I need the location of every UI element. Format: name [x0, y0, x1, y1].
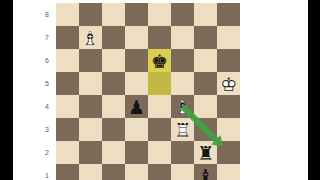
white-bishop-b7[interactable]: ♝♗ — [79, 26, 102, 49]
square-c6[interactable] — [102, 49, 125, 72]
page: 87654321 ♝♗♚♚♔♟♝♗♜♖♜♝ — [0, 0, 320, 180]
rank-label-4: 4 — [36, 95, 52, 118]
square-c8[interactable] — [102, 3, 125, 26]
square-c7[interactable] — [102, 26, 125, 49]
square-h6[interactable] — [217, 49, 240, 72]
square-g1[interactable]: ♝ — [194, 164, 217, 180]
square-b3[interactable] — [79, 118, 102, 141]
square-a3[interactable] — [56, 118, 79, 141]
square-b8[interactable] — [79, 3, 102, 26]
square-c3[interactable] — [102, 118, 125, 141]
square-f2[interactable] — [171, 141, 194, 164]
piece-outline: ♔ — [217, 72, 240, 95]
square-f7[interactable] — [171, 26, 194, 49]
square-g5[interactable] — [194, 72, 217, 95]
square-d4[interactable]: ♟ — [125, 95, 148, 118]
square-e4[interactable] — [148, 95, 171, 118]
square-e1[interactable] — [148, 164, 171, 180]
square-c4[interactable] — [102, 95, 125, 118]
square-e5[interactable] — [148, 72, 171, 95]
square-b5[interactable] — [79, 72, 102, 95]
square-a1[interactable] — [56, 164, 79, 180]
square-h8[interactable] — [217, 3, 240, 26]
chess-board[interactable]: ♝♗♚♚♔♟♝♗♜♖♜♝ — [56, 3, 241, 180]
square-h2[interactable] — [217, 141, 240, 164]
square-c5[interactable] — [102, 72, 125, 95]
square-f1[interactable] — [171, 164, 194, 180]
square-b6[interactable] — [79, 49, 102, 72]
square-c1[interactable] — [102, 164, 125, 180]
square-h4[interactable] — [217, 95, 240, 118]
square-d6[interactable] — [125, 49, 148, 72]
rank-label-5: 5 — [36, 72, 52, 95]
square-g8[interactable] — [194, 3, 217, 26]
square-d7[interactable] — [125, 26, 148, 49]
square-g6[interactable] — [194, 49, 217, 72]
square-c2[interactable] — [102, 141, 125, 164]
piece-outline: ♗ — [171, 95, 194, 118]
rank-label-2: 2 — [36, 141, 52, 164]
square-g4[interactable] — [194, 95, 217, 118]
square-a7[interactable] — [56, 26, 79, 49]
square-f4[interactable]: ♝♗ — [171, 95, 194, 118]
square-d2[interactable] — [125, 141, 148, 164]
square-b7[interactable]: ♝♗ — [79, 26, 102, 49]
letterbox-left-bar — [0, 0, 13, 180]
rank-label-8: 8 — [36, 3, 52, 26]
square-d3[interactable] — [125, 118, 148, 141]
square-f5[interactable] — [171, 72, 194, 95]
square-e8[interactable] — [148, 3, 171, 26]
rank-label-1: 1 — [36, 164, 52, 180]
black-bishop-g1[interactable]: ♝ — [194, 164, 217, 180]
square-a2[interactable] — [56, 141, 79, 164]
rank-label-6: 6 — [36, 49, 52, 72]
piece-glyph: ♝ — [194, 164, 217, 180]
black-rook-g2[interactable]: ♜ — [194, 141, 217, 164]
piece-outline: ♗ — [79, 26, 102, 49]
square-b4[interactable] — [79, 95, 102, 118]
square-g7[interactable] — [194, 26, 217, 49]
square-g2[interactable]: ♜ — [194, 141, 217, 164]
square-d8[interactable] — [125, 3, 148, 26]
square-a8[interactable] — [56, 3, 79, 26]
white-bishop-f4[interactable]: ♝♗ — [171, 95, 194, 118]
square-g3[interactable] — [194, 118, 217, 141]
square-d5[interactable] — [125, 72, 148, 95]
rank-label-3: 3 — [36, 118, 52, 141]
letterbox-right-bar — [308, 0, 320, 180]
black-pawn-d4[interactable]: ♟ — [125, 95, 148, 118]
rank-label-7: 7 — [36, 26, 52, 49]
square-e2[interactable] — [148, 141, 171, 164]
square-e6[interactable]: ♚ — [148, 49, 171, 72]
square-h3[interactable] — [217, 118, 240, 141]
square-e3[interactable] — [148, 118, 171, 141]
piece-glyph: ♚ — [148, 49, 171, 72]
square-h5[interactable]: ♚♔ — [217, 72, 240, 95]
rank-coordinates: 87654321 — [36, 3, 52, 180]
piece-outline: ♖ — [171, 118, 194, 141]
white-rook-f3[interactable]: ♜♖ — [171, 118, 194, 141]
piece-glyph: ♜ — [194, 141, 217, 164]
square-d1[interactable] — [125, 164, 148, 180]
square-a5[interactable] — [56, 72, 79, 95]
square-e7[interactable] — [148, 26, 171, 49]
square-f3[interactable]: ♜♖ — [171, 118, 194, 141]
white-king-h5[interactable]: ♚♔ — [217, 72, 240, 95]
square-a6[interactable] — [56, 49, 79, 72]
square-a4[interactable] — [56, 95, 79, 118]
square-f6[interactable] — [171, 49, 194, 72]
square-h1[interactable] — [217, 164, 240, 180]
square-b2[interactable] — [79, 141, 102, 164]
square-b1[interactable] — [79, 164, 102, 180]
square-f8[interactable] — [171, 3, 194, 26]
square-h7[interactable] — [217, 26, 240, 49]
piece-glyph: ♟ — [125, 95, 148, 118]
black-king-e6[interactable]: ♚ — [148, 49, 171, 72]
